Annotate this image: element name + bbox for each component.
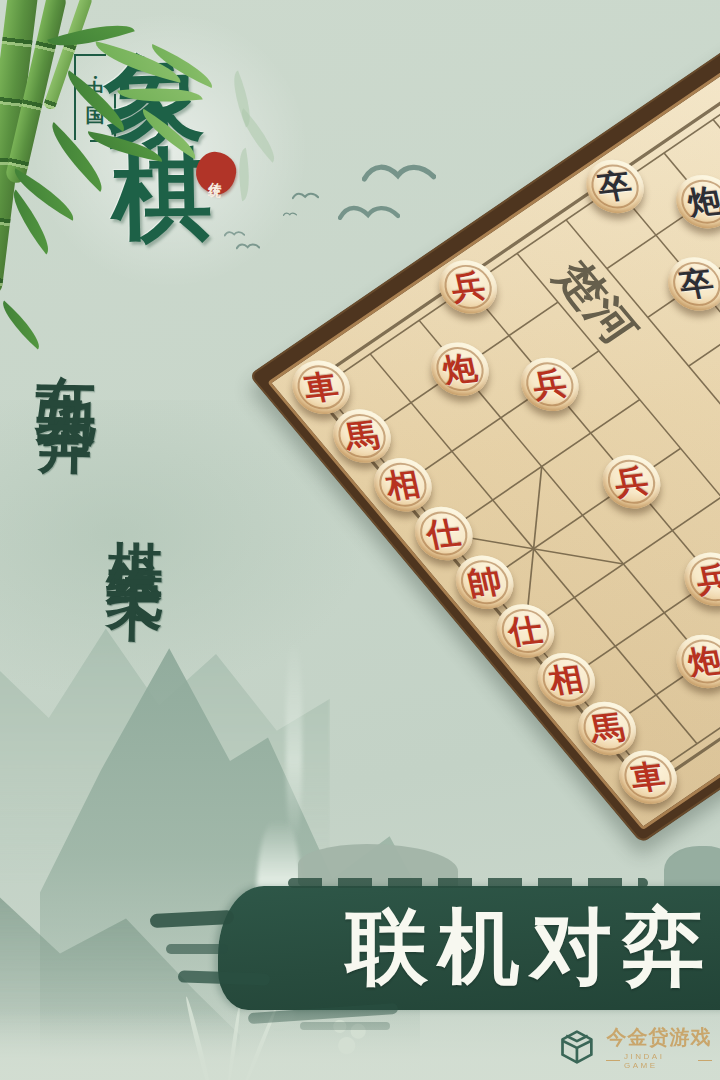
bird-icon xyxy=(338,200,400,224)
cube-logo-icon xyxy=(558,1026,596,1068)
bird-icon xyxy=(362,158,436,186)
waterfall-upper-streak xyxy=(286,640,302,840)
slogan-line2: 棋术绝天下 xyxy=(97,495,174,561)
watermark: 今金贷游戏 JINDAI GAME xyxy=(558,1020,716,1074)
watermark-subtext: JINDAI GAME xyxy=(602,1052,716,1070)
slogan-line1: 车驰马奔 xyxy=(26,325,108,382)
watermark-name: 今金贷游戏 xyxy=(606,1025,711,1049)
banner-title[interactable]: 联机对弈 xyxy=(334,896,716,1000)
seal-text: 传统 xyxy=(207,171,225,175)
poster-canvas: 楚河 車馬象士將士象馬車炮炮卒卒卒卒卒兵兵兵兵兵炮炮車馬相仕帥仕相馬車 中·国 … xyxy=(0,0,720,1080)
brush-streak xyxy=(166,944,228,954)
